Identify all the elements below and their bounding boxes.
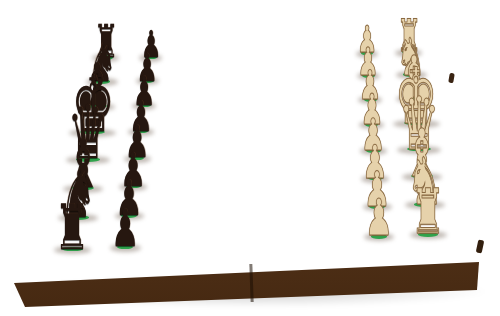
label-top-4-4: 4 (277, 37, 288, 41)
square-a6 (150, 229, 205, 263)
square-f5 (213, 91, 260, 117)
chess-set-photo: HGFEDCBAHGFEDCBA8765432187654321 ♜♞♝♛♚♝♞… (0, 0, 500, 316)
label-right-e-3: E (444, 121, 456, 126)
square-d4 (257, 141, 305, 170)
square-b5 (205, 198, 256, 230)
label-right-c-5: C (451, 173, 463, 179)
label-right-b-6: B (454, 201, 467, 208)
square-b4 (256, 196, 306, 228)
label-bottom-2-6: 2 (375, 257, 388, 263)
square-b6 (154, 199, 207, 231)
square-h5 (217, 45, 262, 69)
label-top-3-5: 3 (320, 36, 331, 40)
square-e3 (305, 114, 351, 141)
label-left-c-5: C (40, 187, 54, 193)
square-a4 (255, 225, 306, 258)
label-top-5-3: 5 (235, 38, 246, 42)
label-right-f-2: F (441, 97, 452, 102)
square-d6 (161, 143, 212, 172)
square-c4 (257, 168, 306, 198)
label-bottom-3-5: 3 (325, 260, 338, 266)
piece-white-pawn-a2: ♟ (365, 193, 393, 244)
square-f6 (167, 92, 215, 118)
square-g6 (170, 68, 217, 93)
square-a5 (203, 227, 256, 261)
square-b3 (305, 194, 354, 225)
square-h6 (172, 45, 218, 69)
label-bottom-5-3: 5 (222, 264, 235, 270)
label-left-d-4: D (46, 158, 60, 165)
clasp-latch-lower (476, 240, 485, 254)
label-bottom-1-7: 1 (425, 255, 438, 261)
piece-white-rook-a1: ♜ (411, 182, 445, 244)
label-left-b-6: B (33, 217, 48, 224)
label-right-d-4: D (447, 146, 459, 152)
square-f4 (259, 90, 304, 116)
label-top-6-2: 6 (191, 38, 202, 42)
label-bottom-7-1: 7 (116, 269, 130, 275)
clasp-latch-upper (448, 73, 455, 84)
square-g3 (304, 66, 348, 90)
label-bottom-4-4: 4 (274, 262, 287, 268)
piece-black-pawn-a7: ♟ (111, 203, 140, 255)
square-e6 (164, 117, 213, 145)
label-right-g-1: G (438, 73, 449, 78)
square-d5 (209, 142, 258, 171)
square-h3 (304, 43, 347, 66)
square-h4 (261, 44, 305, 68)
square-e4 (258, 115, 304, 142)
square-c5 (207, 169, 257, 199)
fold-seam (253, 34, 263, 274)
label-left-e-3: E (52, 132, 65, 137)
label-bottom-8-0: 8 (62, 271, 77, 277)
piece-black-rook-a8: ♜ (55, 196, 90, 259)
square-a3 (305, 223, 356, 256)
square-e5 (211, 116, 259, 143)
square-g5 (215, 67, 261, 92)
label-right-a-7: A (458, 231, 471, 237)
label-bottom-6-2: 6 (169, 266, 183, 272)
square-g4 (260, 67, 304, 92)
square-c3 (305, 166, 353, 196)
square-c6 (157, 171, 209, 201)
square-f3 (304, 89, 349, 115)
square-d3 (305, 139, 352, 167)
label-left-a-7: A (27, 249, 42, 256)
